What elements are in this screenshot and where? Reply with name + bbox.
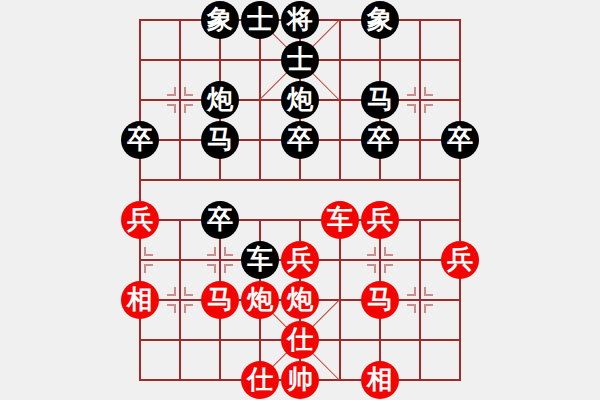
point-marker (384, 247, 393, 256)
red-advisor-piece[interactable]: 仕 (281, 321, 319, 359)
black-advisor-piece[interactable]: 士 (281, 41, 319, 79)
point-marker (184, 104, 193, 113)
black-advisor-piece[interactable]: 士 (241, 1, 279, 39)
red-cannon-piece[interactable]: 炮 (241, 281, 279, 319)
point-marker (424, 87, 433, 96)
board-line (419, 219, 421, 381)
black-horse-piece[interactable]: 马 (201, 121, 239, 159)
point-marker (424, 287, 433, 296)
point-marker (207, 264, 216, 273)
red-chariot-piece[interactable]: 车 (321, 201, 359, 239)
point-marker (224, 247, 233, 256)
xiangqi-board[interactable]: 象士将象士炮炮马卒马卒卒卒卒车兵车兵兵兵相马炮炮马仕仕帅相 (140, 20, 460, 380)
red-elephant-piece[interactable]: 相 (361, 361, 399, 399)
black-soldier-piece[interactable]: 卒 (361, 121, 399, 159)
point-marker (407, 87, 416, 96)
black-soldier-piece[interactable]: 卒 (201, 201, 239, 239)
board-line (459, 19, 461, 381)
point-marker (207, 247, 216, 256)
point-marker (167, 104, 176, 113)
board-line (139, 19, 141, 381)
black-general-piece[interactable]: 将 (281, 1, 319, 39)
black-cannon-piece[interactable]: 炮 (281, 81, 319, 119)
point-marker (367, 264, 376, 273)
red-soldier-piece[interactable]: 兵 (281, 241, 319, 279)
point-marker (167, 304, 176, 313)
board-line (179, 19, 181, 181)
point-marker (407, 304, 416, 313)
point-marker (384, 264, 393, 273)
point-marker (424, 104, 433, 113)
point-marker (407, 104, 416, 113)
point-marker (144, 247, 153, 256)
point-marker (184, 287, 193, 296)
xiangqi-app: 象士将象士炮炮马卒马卒卒卒卒车兵车兵兵兵相马炮炮马仕仕帅相 (0, 0, 600, 400)
point-marker (367, 247, 376, 256)
red-horse-piece[interactable]: 马 (201, 281, 239, 319)
point-marker (184, 87, 193, 96)
black-horse-piece[interactable]: 马 (361, 81, 399, 119)
red-advisor-piece[interactable]: 仕 (241, 361, 279, 399)
black-elephant-piece[interactable]: 象 (361, 1, 399, 39)
red-elephant-piece[interactable]: 相 (121, 281, 159, 319)
red-general-piece[interactable]: 帅 (281, 361, 319, 399)
red-soldier-piece[interactable]: 兵 (441, 241, 479, 279)
red-horse-piece[interactable]: 马 (361, 281, 399, 319)
black-chariot-piece[interactable]: 车 (241, 241, 279, 279)
black-soldier-piece[interactable]: 卒 (121, 121, 159, 159)
point-marker (424, 304, 433, 313)
point-marker (144, 264, 153, 273)
black-soldier-piece[interactable]: 卒 (441, 121, 479, 159)
point-marker (407, 287, 416, 296)
black-soldier-piece[interactable]: 卒 (281, 121, 319, 159)
red-soldier-piece[interactable]: 兵 (361, 201, 399, 239)
point-marker (224, 264, 233, 273)
point-marker (167, 287, 176, 296)
red-cannon-piece[interactable]: 炮 (281, 281, 319, 319)
board-line (179, 219, 181, 381)
point-marker (167, 87, 176, 96)
point-marker (184, 304, 193, 313)
black-cannon-piece[interactable]: 炮 (201, 81, 239, 119)
board-line (419, 19, 421, 181)
red-soldier-piece[interactable]: 兵 (121, 201, 159, 239)
black-elephant-piece[interactable]: 象 (201, 1, 239, 39)
